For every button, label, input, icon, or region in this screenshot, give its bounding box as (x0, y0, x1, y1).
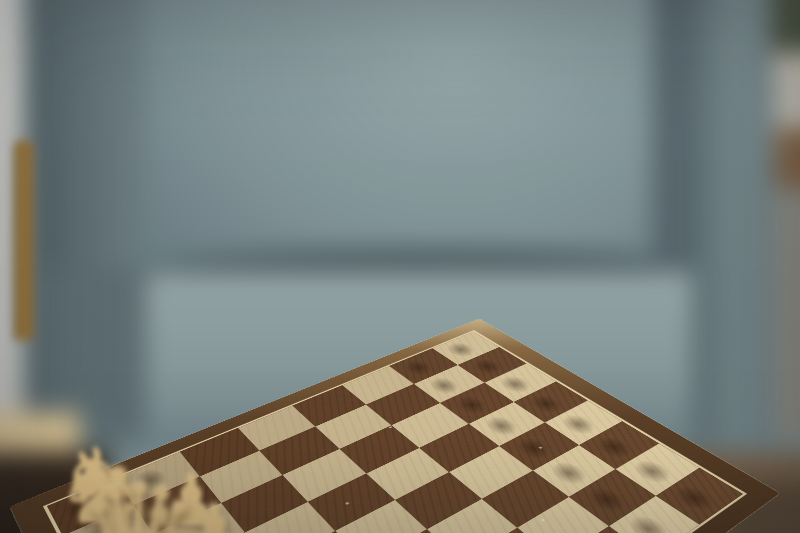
board-scene: ♜♞♝♛♚♝♞♜♟♟♟♟♟♟♟♟♟♟♟♟♟♟♟♟♜♞♝♛♚♝♞♜ (0, 0, 800, 533)
piece-glyph: ♟ (617, 459, 679, 528)
piece-glyph: ♚ (90, 485, 235, 533)
photo-stage: ♜♞♝♛♚♝♞♜♟♟♟♟♟♟♟♟♟♟♟♟♟♟♟♟♜♞♝♛♚♝♞♜ (0, 0, 800, 533)
board-grid: ♜♞♝♛♚♝♞♜♟♟♟♟♟♟♟♟♟♟♟♟♟♟♟♟♜♞♝♛♚♝♞♜ (47, 332, 743, 533)
chessboard: ♜♞♝♛♚♝♞♜♟♟♟♟♟♟♟♟♟♟♟♟♟♟♟♟♜♞♝♛♚♝♞♜ (10, 319, 779, 533)
